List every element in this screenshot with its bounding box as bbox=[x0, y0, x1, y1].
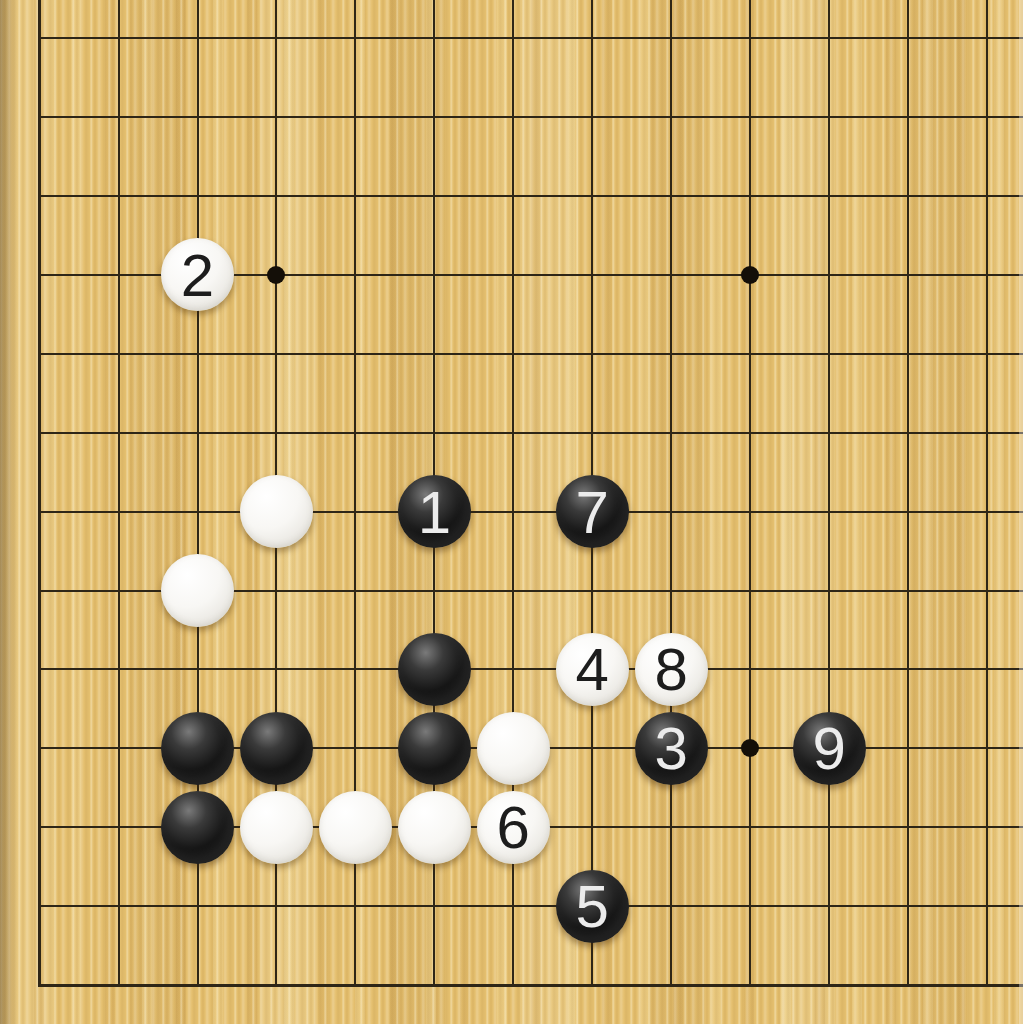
stone-black-D4 bbox=[240, 712, 313, 785]
stone-white-C6 bbox=[161, 554, 234, 627]
grid-line-vertical-13 bbox=[986, 0, 988, 987]
move-number-label: 4 bbox=[576, 640, 609, 700]
stone-black-H7: 7 bbox=[556, 475, 629, 548]
board-left-edge-shading bbox=[0, 0, 17, 1024]
move-number-label: 7 bbox=[576, 483, 609, 543]
stone-white-D7 bbox=[240, 475, 313, 548]
stone-white-F3 bbox=[398, 791, 471, 864]
grid-line-horizontal-7 bbox=[38, 511, 1023, 513]
move-number-label: 1 bbox=[418, 483, 451, 543]
grid-line-horizontal-13 bbox=[38, 37, 1023, 39]
go-board[interactable]: 217483965 bbox=[0, 0, 1023, 1024]
move-number-label: 6 bbox=[497, 798, 530, 858]
move-number-label: 2 bbox=[181, 246, 214, 306]
star-point-K10 bbox=[741, 266, 759, 284]
grid-line-vertical-2 bbox=[118, 0, 120, 987]
stone-black-J4: 3 bbox=[635, 712, 708, 785]
grid-line-horizontal-11 bbox=[38, 195, 1023, 197]
board-right-edge-highlight bbox=[1019, 0, 1023, 1024]
move-number-label: 5 bbox=[576, 877, 609, 937]
stone-white-E3 bbox=[319, 791, 392, 864]
grid-line-vertical-9 bbox=[670, 0, 672, 987]
move-number-label: 3 bbox=[655, 719, 688, 779]
grid-line-horizontal-2 bbox=[38, 905, 1023, 907]
stone-white-J5: 8 bbox=[635, 633, 708, 706]
stone-black-H2: 5 bbox=[556, 870, 629, 943]
stone-white-D3 bbox=[240, 791, 313, 864]
stone-black-F5 bbox=[398, 633, 471, 706]
stone-black-C3 bbox=[161, 791, 234, 864]
move-number-label: 8 bbox=[655, 640, 688, 700]
grid-line-horizontal-12 bbox=[38, 116, 1023, 118]
star-point-D10 bbox=[267, 266, 285, 284]
grid-line-vertical-10 bbox=[749, 0, 751, 987]
grid-line-horizontal-8 bbox=[38, 432, 1023, 434]
star-point-K4 bbox=[741, 739, 759, 757]
stone-black-F7: 1 bbox=[398, 475, 471, 548]
stone-white-H5: 4 bbox=[556, 633, 629, 706]
move-number-label: 9 bbox=[812, 719, 845, 779]
grid-line-horizontal-9 bbox=[38, 353, 1023, 355]
stone-white-G4 bbox=[477, 712, 550, 785]
stone-black-F4 bbox=[398, 712, 471, 785]
grid-line-vertical-1 bbox=[38, 0, 41, 987]
grid-line-horizontal-1 bbox=[38, 984, 1023, 987]
grid-line-horizontal-5 bbox=[38, 668, 1023, 670]
stone-black-C4 bbox=[161, 712, 234, 785]
grid-line-vertical-12 bbox=[907, 0, 909, 987]
stone-white-G3: 6 bbox=[477, 791, 550, 864]
stone-black-L4: 9 bbox=[793, 712, 866, 785]
grid-line-vertical-11 bbox=[828, 0, 830, 987]
stone-white-C10: 2 bbox=[161, 238, 234, 311]
